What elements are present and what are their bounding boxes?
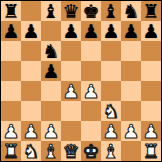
square-g6[interactable] <box>121 41 141 61</box>
square-g2[interactable]: ♟ <box>121 121 141 141</box>
piece-black-pawn: ♟ <box>141 21 161 41</box>
square-h4[interactable] <box>141 81 161 101</box>
square-d8[interactable]: ♛ <box>61 1 81 21</box>
piece-black-rook: ♜ <box>1 1 21 21</box>
piece-black-pawn: ♟ <box>1 21 21 41</box>
square-f6[interactable] <box>101 41 121 61</box>
piece-white-bishop: ♝ <box>101 141 121 161</box>
square-h1[interactable]: ♜ <box>141 141 161 161</box>
square-g8[interactable]: ♞ <box>121 1 141 21</box>
square-e7[interactable]: ♟ <box>81 21 101 41</box>
square-a6[interactable] <box>1 41 21 61</box>
piece-black-bishop: ♝ <box>41 1 61 21</box>
piece-white-pawn: ♟ <box>101 121 121 141</box>
chess-board-frame: ♜♝♛♚♝♞♜♟♟♟♟♟♟♟♞♟♟♟♞♟♟♟♟♟♟♜♞♝♛♚♝♜ <box>0 0 162 162</box>
square-h7[interactable]: ♟ <box>141 21 161 41</box>
square-a5[interactable] <box>1 61 21 81</box>
piece-white-pawn: ♟ <box>141 121 161 141</box>
square-d6[interactable] <box>61 41 81 61</box>
square-e3[interactable] <box>81 101 101 121</box>
square-d7[interactable]: ♟ <box>61 21 81 41</box>
piece-white-pawn: ♟ <box>21 121 41 141</box>
square-f2[interactable]: ♟ <box>101 121 121 141</box>
piece-black-queen: ♛ <box>61 1 81 21</box>
square-g1[interactable] <box>121 141 141 161</box>
square-e2[interactable] <box>81 121 101 141</box>
square-a7[interactable]: ♟ <box>1 21 21 41</box>
square-a8[interactable]: ♜ <box>1 1 21 21</box>
square-c2[interactable]: ♟ <box>41 121 61 141</box>
piece-white-rook: ♜ <box>1 141 21 161</box>
square-g5[interactable] <box>121 61 141 81</box>
square-d5[interactable] <box>61 61 81 81</box>
piece-white-rook: ♜ <box>141 141 161 161</box>
square-g7[interactable]: ♟ <box>121 21 141 41</box>
square-c5[interactable]: ♟ <box>41 61 61 81</box>
piece-black-pawn: ♟ <box>81 21 101 41</box>
chess-board: ♜♝♛♚♝♞♜♟♟♟♟♟♟♟♞♟♟♟♞♟♟♟♟♟♟♜♞♝♛♚♝♜ <box>1 1 161 161</box>
square-f7[interactable]: ♟ <box>101 21 121 41</box>
piece-white-king: ♚ <box>81 141 101 161</box>
square-b7[interactable]: ♟ <box>21 21 41 41</box>
square-g3[interactable] <box>121 101 141 121</box>
square-c8[interactable]: ♝ <box>41 1 61 21</box>
square-e8[interactable]: ♚ <box>81 1 101 21</box>
square-f5[interactable] <box>101 61 121 81</box>
square-c3[interactable] <box>41 101 61 121</box>
square-a2[interactable]: ♟ <box>1 121 21 141</box>
square-e5[interactable] <box>81 61 101 81</box>
square-c7[interactable] <box>41 21 61 41</box>
piece-white-pawn: ♟ <box>81 81 101 101</box>
piece-white-knight: ♞ <box>101 101 121 121</box>
piece-black-bishop: ♝ <box>101 1 121 21</box>
square-f8[interactable]: ♝ <box>101 1 121 21</box>
piece-black-rook: ♜ <box>141 1 161 21</box>
square-a3[interactable] <box>1 101 21 121</box>
piece-white-knight: ♞ <box>21 141 41 161</box>
square-c1[interactable]: ♝ <box>41 141 61 161</box>
piece-white-pawn: ♟ <box>121 121 141 141</box>
piece-white-pawn: ♟ <box>61 81 81 101</box>
square-b1[interactable]: ♞ <box>21 141 41 161</box>
square-h6[interactable] <box>141 41 161 61</box>
piece-black-king: ♚ <box>81 1 101 21</box>
square-f4[interactable] <box>101 81 121 101</box>
square-c6[interactable]: ♞ <box>41 41 61 61</box>
piece-black-pawn: ♟ <box>101 21 121 41</box>
piece-black-pawn: ♟ <box>21 21 41 41</box>
square-b4[interactable] <box>21 81 41 101</box>
square-b6[interactable] <box>21 41 41 61</box>
square-e4[interactable]: ♟ <box>81 81 101 101</box>
square-f3[interactable]: ♞ <box>101 101 121 121</box>
square-e6[interactable] <box>81 41 101 61</box>
piece-black-pawn: ♟ <box>61 21 81 41</box>
square-d2[interactable] <box>61 121 81 141</box>
square-a1[interactable]: ♜ <box>1 141 21 161</box>
piece-black-knight: ♞ <box>121 1 141 21</box>
square-b3[interactable] <box>21 101 41 121</box>
square-d1[interactable]: ♛ <box>61 141 81 161</box>
square-d4[interactable]: ♟ <box>61 81 81 101</box>
square-a4[interactable] <box>1 81 21 101</box>
piece-white-queen: ♛ <box>61 141 81 161</box>
square-h8[interactable]: ♜ <box>141 1 161 21</box>
square-d3[interactable] <box>61 101 81 121</box>
square-g4[interactable] <box>121 81 141 101</box>
piece-white-pawn: ♟ <box>41 121 61 141</box>
square-b5[interactable] <box>21 61 41 81</box>
piece-white-pawn: ♟ <box>1 121 21 141</box>
square-b2[interactable]: ♟ <box>21 121 41 141</box>
square-h5[interactable] <box>141 61 161 81</box>
piece-black-knight: ♞ <box>41 41 61 61</box>
square-b8[interactable] <box>21 1 41 21</box>
square-h3[interactable] <box>141 101 161 121</box>
piece-black-pawn: ♟ <box>121 21 141 41</box>
square-c4[interactable] <box>41 81 61 101</box>
square-e1[interactable]: ♚ <box>81 141 101 161</box>
square-f1[interactable]: ♝ <box>101 141 121 161</box>
square-h2[interactable]: ♟ <box>141 121 161 141</box>
piece-black-pawn: ♟ <box>41 61 61 81</box>
piece-white-bishop: ♝ <box>41 141 61 161</box>
